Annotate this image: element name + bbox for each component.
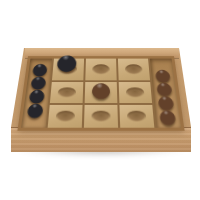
- reserve-piece-brown[interactable]: ●: [158, 109, 177, 124]
- board-cell-r2c2[interactable]: [119, 105, 154, 128]
- reserve-piece-black[interactable]: ●: [26, 102, 45, 117]
- tictactoe-board: ● ●: [46, 59, 157, 128]
- board-cell-r1c0[interactable]: [50, 82, 83, 103]
- board-cell-r0c2[interactable]: [118, 59, 150, 81]
- wooden-tray: ●●●● ● ● ●●●●: [10, 45, 192, 152]
- product-photo-wooden-tictactoe: ●●●● ● ● ●●●●: [0, 0, 200, 200]
- tray-well: ●●●● ● ● ●●●●: [21, 59, 181, 128]
- board-cell-r0c0[interactable]: ●: [52, 59, 84, 81]
- board-cell-r1c1[interactable]: ●: [85, 82, 118, 103]
- tray-back-rim: [25, 48, 179, 59]
- piece-black[interactable]: ●: [55, 51, 78, 72]
- tray-front-face: [10, 127, 192, 152]
- board-cell-r2c0[interactable]: [48, 105, 83, 128]
- board-cell-r1c2[interactable]: [119, 82, 152, 103]
- board-cell-r2c1[interactable]: [84, 105, 118, 128]
- piece-brown[interactable]: ●: [91, 79, 111, 100]
- brown-ball-tray: ●●●●: [150, 59, 181, 128]
